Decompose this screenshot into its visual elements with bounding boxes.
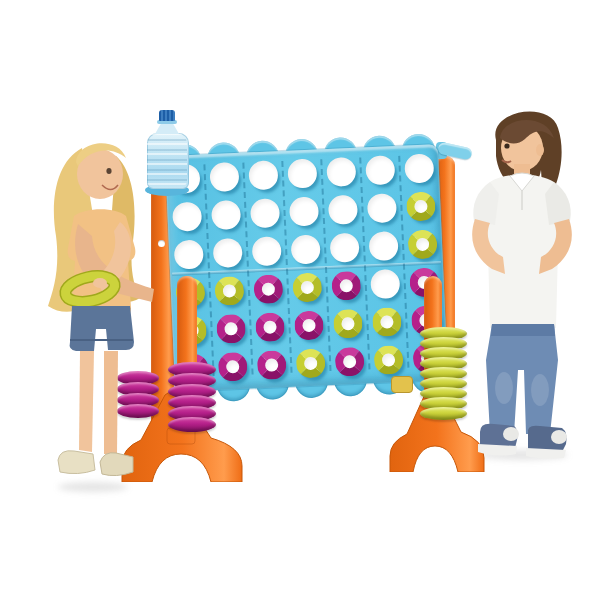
cell-r4-c4[interactable] bbox=[287, 267, 328, 307]
boy-ear bbox=[536, 144, 544, 156]
bottle-cap bbox=[159, 110, 175, 121]
cell-r1-c5[interactable] bbox=[321, 152, 362, 192]
empty-hole bbox=[287, 158, 317, 188]
empty-hole bbox=[330, 232, 360, 262]
girl-shorts bbox=[70, 306, 134, 351]
empty-hole bbox=[367, 193, 397, 223]
boy-jeans-waist bbox=[491, 324, 555, 336]
magenta-disc bbox=[255, 312, 285, 342]
cell-r3-c7[interactable] bbox=[402, 224, 443, 264]
girl bbox=[20, 128, 188, 498]
magenta-disc bbox=[334, 346, 364, 376]
empty-hole bbox=[404, 153, 434, 183]
cell-r3-c3[interactable] bbox=[246, 231, 287, 271]
magenta-disc bbox=[253, 274, 283, 304]
magenta-disc bbox=[331, 270, 361, 300]
cell-r3-c6[interactable] bbox=[363, 226, 404, 266]
empty-hole bbox=[213, 237, 243, 267]
cell-r3-c2[interactable] bbox=[207, 233, 248, 273]
empty-hole bbox=[291, 234, 321, 264]
empty-hole bbox=[250, 198, 280, 228]
cell-r2-c3[interactable] bbox=[245, 193, 286, 233]
cell-r2-c2[interactable] bbox=[206, 195, 247, 235]
yellow-disc bbox=[214, 275, 244, 305]
cell-r6-c6[interactable] bbox=[368, 340, 409, 380]
girl-left-leg bbox=[79, 351, 94, 452]
cell-r6-c2[interactable] bbox=[212, 346, 253, 386]
boy-left-toecap bbox=[503, 427, 519, 441]
empty-hole bbox=[368, 230, 398, 260]
magenta-disc bbox=[216, 313, 246, 343]
boy bbox=[444, 98, 600, 466]
cell-r2-c7[interactable] bbox=[401, 186, 442, 226]
yellow-disc bbox=[372, 306, 402, 336]
girl-left-shoe bbox=[58, 451, 95, 474]
cell-r1-c6[interactable] bbox=[360, 150, 401, 190]
cell-r6-c5[interactable] bbox=[329, 341, 370, 381]
girl-right-leg bbox=[104, 351, 118, 454]
cell-r5-c3[interactable] bbox=[250, 307, 291, 347]
empty-hole bbox=[248, 160, 278, 190]
cell-r5-c6[interactable] bbox=[367, 302, 408, 342]
cell-r6-c3[interactable] bbox=[251, 345, 292, 385]
empty-hole bbox=[370, 268, 400, 298]
cell-r3-c5[interactable] bbox=[324, 227, 365, 267]
cell-r3-c4[interactable] bbox=[285, 229, 326, 269]
empty-hole bbox=[211, 199, 241, 229]
cell-r4-c5[interactable] bbox=[326, 265, 367, 305]
empty-hole bbox=[326, 156, 356, 186]
yellow-disc bbox=[406, 191, 436, 221]
cell-r2-c4[interactable] bbox=[284, 191, 325, 231]
yellow-disc bbox=[407, 229, 437, 259]
cell-r2-c5[interactable] bbox=[323, 190, 364, 230]
girl-eye bbox=[106, 168, 111, 174]
yellow-disc bbox=[292, 272, 322, 302]
cell-r1-c2[interactable] bbox=[204, 157, 245, 197]
yellow-disc bbox=[333, 308, 363, 338]
cell-r5-c4[interactable] bbox=[289, 305, 330, 345]
girl-right-shoe bbox=[100, 453, 133, 476]
cell-r5-c2[interactable] bbox=[211, 309, 252, 349]
magenta-disc bbox=[218, 351, 248, 381]
cell-r1-c4[interactable] bbox=[282, 153, 323, 193]
empty-hole bbox=[328, 194, 358, 224]
boy-right-toecap bbox=[551, 430, 567, 444]
empty-hole bbox=[289, 196, 319, 226]
cell-r4-c3[interactable] bbox=[248, 269, 289, 309]
cell-r2-c6[interactable] bbox=[362, 188, 403, 228]
magenta-disc bbox=[257, 349, 287, 379]
cell-r1-c7[interactable] bbox=[399, 148, 440, 188]
product-photo-giant-connect4: { "game": "Connect Four (giant 4-in-a-ro… bbox=[0, 0, 600, 600]
connect4-board bbox=[165, 144, 448, 392]
yellow-disc bbox=[296, 348, 326, 378]
cell-r1-c3[interactable] bbox=[243, 155, 284, 195]
cell-r4-c6[interactable] bbox=[365, 264, 406, 304]
cell-r6-c4[interactable] bbox=[290, 343, 331, 383]
boy-left-sole bbox=[478, 444, 517, 456]
boy-eye bbox=[504, 143, 509, 148]
girl-hand bbox=[93, 278, 107, 288]
empty-hole bbox=[209, 161, 239, 191]
empty-hole bbox=[252, 236, 282, 266]
boy-jeans-fade-left bbox=[495, 372, 513, 404]
yellow-disc bbox=[373, 344, 403, 374]
cell-r5-c5[interactable] bbox=[328, 303, 369, 343]
frame-clip bbox=[391, 376, 413, 393]
empty-hole bbox=[365, 155, 395, 185]
magenta-disc bbox=[294, 310, 324, 340]
cell-r4-c2[interactable] bbox=[209, 271, 250, 311]
boy-jeans-fade-right bbox=[531, 374, 549, 406]
